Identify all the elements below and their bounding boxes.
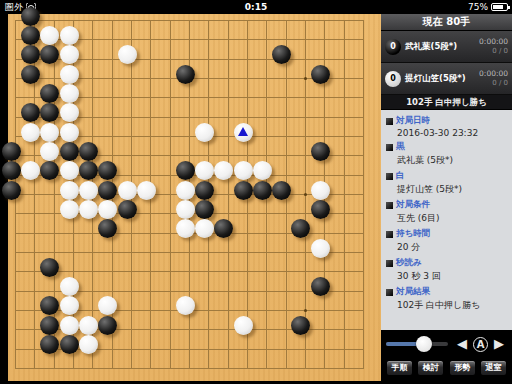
white-stone bbox=[60, 84, 79, 103]
go-board[interactable] bbox=[8, 14, 381, 381]
white-stone bbox=[60, 103, 79, 122]
black-stone bbox=[311, 65, 330, 84]
white-stone bbox=[40, 142, 59, 161]
game-detail-item: 秒読み30 秒 3 回 bbox=[386, 257, 507, 283]
move-slider-knob[interactable] bbox=[416, 336, 432, 352]
detail-label: 対局条件 bbox=[396, 199, 430, 211]
clock-label: 0:15 bbox=[0, 2, 512, 12]
detail-label: 黒 bbox=[396, 141, 405, 153]
game-detail-item: 持ち時間20 分 bbox=[386, 228, 507, 254]
detail-value: 30 秒 3 回 bbox=[386, 270, 507, 283]
white-stone bbox=[60, 45, 79, 64]
white-stone bbox=[60, 161, 79, 180]
black-stone bbox=[40, 45, 59, 64]
black-stone bbox=[272, 45, 291, 64]
white-stone bbox=[176, 296, 195, 315]
white-stone bbox=[40, 26, 59, 45]
action-button-手順[interactable]: 手順 bbox=[386, 360, 413, 376]
detail-value: 20 分 bbox=[386, 241, 507, 254]
white-stone bbox=[118, 181, 137, 200]
black-stone bbox=[214, 219, 233, 238]
black-stone bbox=[21, 103, 40, 122]
white-stone bbox=[79, 316, 98, 335]
black-stone bbox=[234, 181, 253, 200]
white-stone bbox=[195, 161, 214, 180]
white-player-time: 0:00:00 bbox=[479, 69, 508, 78]
white-stone bbox=[176, 181, 195, 200]
bullet-icon bbox=[386, 118, 393, 125]
black-stone bbox=[2, 181, 21, 200]
black-stone bbox=[176, 161, 195, 180]
white-player-periods: 0 / 0 bbox=[479, 79, 508, 88]
black-stone bbox=[311, 200, 330, 219]
game-detail-item: 白提灯山笠 (5段*) bbox=[386, 170, 507, 196]
next-move-button[interactable]: ▶ bbox=[494, 336, 504, 352]
black-stone bbox=[40, 161, 59, 180]
white-stone bbox=[253, 161, 272, 180]
detail-label: 秒読み bbox=[396, 257, 422, 269]
black-stone bbox=[291, 219, 310, 238]
white-stone bbox=[176, 200, 195, 219]
white-stone bbox=[214, 161, 233, 180]
white-stone bbox=[60, 296, 79, 315]
star-point bbox=[304, 77, 307, 80]
game-detail-item: 対局結果102手 白中押し勝ち bbox=[386, 286, 507, 312]
game-detail-item: 黒武礼葉 (5段*) bbox=[386, 141, 507, 167]
black-stone bbox=[40, 84, 59, 103]
white-stone bbox=[40, 123, 59, 142]
detail-value: 提灯山笠 (5段*) bbox=[386, 183, 507, 196]
detail-value: 互先 (6目) bbox=[386, 212, 507, 225]
detail-value: 102手 白中押し勝ち bbox=[386, 299, 507, 312]
bullet-icon bbox=[386, 289, 393, 296]
black-stone bbox=[291, 316, 310, 335]
battery-percent-label: 75% bbox=[468, 2, 488, 12]
white-player-name: 提灯山笠(5段*) bbox=[405, 73, 479, 85]
white-stone bbox=[79, 335, 98, 354]
white-stone bbox=[98, 200, 117, 219]
black-stone-icon: 0 bbox=[385, 39, 401, 55]
white-stone bbox=[195, 219, 214, 238]
black-stone bbox=[272, 181, 291, 200]
white-stone bbox=[176, 219, 195, 238]
black-stone bbox=[98, 219, 117, 238]
black-stone bbox=[176, 65, 195, 84]
black-player-name: 武礼葉(5段*) bbox=[405, 41, 479, 53]
black-stone bbox=[311, 142, 330, 161]
white-stone bbox=[60, 123, 79, 142]
black-stone bbox=[21, 65, 40, 84]
black-stone bbox=[79, 161, 98, 180]
black-stone bbox=[79, 142, 98, 161]
white-stone bbox=[60, 200, 79, 219]
black-stone bbox=[60, 142, 79, 161]
black-stone bbox=[98, 161, 117, 180]
white-stone bbox=[60, 277, 79, 296]
white-stone bbox=[137, 181, 156, 200]
white-stone bbox=[195, 123, 214, 142]
white-stone bbox=[234, 316, 253, 335]
game-info-panel: 現在 80手 0 武礼葉(5段*) 0:00:00 0 / 0 0 提灯山笠(5… bbox=[381, 14, 512, 384]
bullet-icon bbox=[386, 144, 393, 151]
white-stone bbox=[98, 296, 117, 315]
white-stone bbox=[60, 316, 79, 335]
detail-value: 2016-03-30 23:32 bbox=[386, 128, 507, 138]
black-player-row: 0 武礼葉(5段*) 0:00:00 0 / 0 bbox=[381, 31, 512, 63]
game-detail-item: 対局日時2016-03-30 23:32 bbox=[386, 115, 507, 138]
bullet-icon bbox=[386, 231, 393, 238]
autoplay-button[interactable]: A bbox=[473, 337, 488, 352]
detail-value: 武礼葉 (5段*) bbox=[386, 154, 507, 167]
white-stone bbox=[234, 161, 253, 180]
white-stone bbox=[79, 200, 98, 219]
status-bar: 圏外 0:15 75% bbox=[0, 0, 512, 14]
carrier-label: 圏外 bbox=[5, 1, 23, 14]
white-player-row: 0 提灯山笠(5段*) 0:00:00 0 / 0 bbox=[381, 63, 512, 95]
black-stone bbox=[118, 200, 137, 219]
current-move-header: 現在 80手 bbox=[381, 14, 512, 31]
black-player-periods: 0 / 0 bbox=[479, 47, 508, 56]
battery-icon bbox=[491, 3, 508, 11]
detail-label: 持ち時間 bbox=[396, 228, 430, 240]
detail-label: 対局日時 bbox=[396, 115, 430, 127]
white-stone bbox=[118, 45, 137, 64]
black-stone bbox=[311, 277, 330, 296]
move-slider[interactable] bbox=[386, 342, 448, 346]
black-stone bbox=[40, 335, 59, 354]
black-stone bbox=[21, 26, 40, 45]
black-stone bbox=[2, 161, 21, 180]
black-stone bbox=[253, 181, 272, 200]
white-stone bbox=[60, 65, 79, 84]
detail-label: 白 bbox=[396, 170, 405, 182]
black-stone bbox=[21, 45, 40, 64]
white-stone bbox=[79, 181, 98, 200]
star-point bbox=[304, 193, 307, 196]
last-move-triangle-marker bbox=[238, 127, 248, 136]
action-button-形勢[interactable]: 形勢 bbox=[449, 360, 476, 376]
white-stone bbox=[21, 123, 40, 142]
black-stone bbox=[195, 200, 214, 219]
bullet-icon bbox=[386, 173, 393, 180]
white-stone-icon: 0 bbox=[385, 71, 401, 87]
action-button-退室[interactable]: 退室 bbox=[480, 360, 507, 376]
black-stone bbox=[98, 181, 117, 200]
black-stone bbox=[40, 103, 59, 122]
game-details-list: 対局日時2016-03-30 23:32黒武礼葉 (5段*)白提灯山笠 (5段*… bbox=[381, 110, 512, 330]
black-stone bbox=[60, 335, 79, 354]
black-stone bbox=[195, 181, 214, 200]
white-stone bbox=[311, 239, 330, 258]
prev-move-button[interactable]: ◀ bbox=[457, 336, 467, 352]
bullet-icon bbox=[386, 202, 393, 209]
bullet-icon bbox=[386, 260, 393, 267]
star-point bbox=[304, 309, 307, 312]
black-stone bbox=[40, 258, 59, 277]
black-stone bbox=[21, 7, 40, 26]
white-stone bbox=[21, 161, 40, 180]
black-stone bbox=[2, 142, 21, 161]
white-stone bbox=[311, 181, 330, 200]
black-stone bbox=[40, 296, 59, 315]
white-stone bbox=[60, 26, 79, 45]
white-stone bbox=[60, 181, 79, 200]
black-player-time: 0:00:00 bbox=[479, 37, 508, 46]
detail-label: 対局結果 bbox=[396, 286, 430, 298]
black-stone bbox=[40, 316, 59, 335]
game-detail-item: 対局条件互先 (6目) bbox=[386, 199, 507, 225]
result-bar: 102手 白中押し勝ち bbox=[381, 95, 512, 110]
black-stone bbox=[98, 316, 117, 335]
action-button-row: 手順検討形勢退室 bbox=[381, 360, 512, 376]
action-button-検討[interactable]: 検討 bbox=[417, 360, 444, 376]
playback-controls: ◀ A ▶ 手順検討形勢退室 bbox=[381, 330, 512, 384]
